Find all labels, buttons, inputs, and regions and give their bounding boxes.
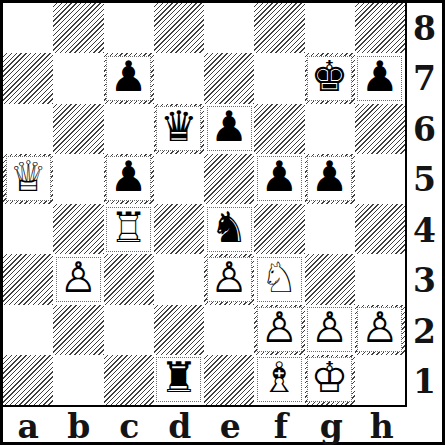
square-c8 [104, 3, 154, 53]
rank-label-7: 7 [407, 54, 442, 105]
square-g1: ♔ [305, 355, 355, 405]
square-g3 [305, 254, 355, 304]
file-label-f: f [256, 407, 307, 445]
white-bishop-f1: ♗ [257, 357, 302, 402]
chess-diagram: ♟♚♟♛♟♕♟♟♟♖♞♙♙♘♙♙♙♜♗♔ 87654321 abcdefgh [0, 0, 445, 445]
white-king-g1: ♔ [307, 357, 352, 402]
black-pawn-h7: ♟ [357, 56, 402, 101]
square-c5: ♟ [104, 154, 154, 204]
square-h3 [355, 254, 405, 304]
white-pawn-f2: ♙ [257, 307, 302, 352]
chess-board: ♟♚♟♛♟♕♟♟♟♖♞♙♙♘♙♙♙♜♗♔ [3, 3, 407, 407]
square-b4 [53, 204, 103, 254]
white-queen-a5: ♕ [6, 156, 51, 201]
square-h6 [355, 104, 405, 154]
rank-label-3: 3 [407, 256, 442, 307]
black-king-g7: ♚ [307, 56, 352, 101]
square-d1: ♜ [154, 355, 204, 405]
square-d8 [154, 3, 204, 53]
square-g8 [305, 3, 355, 53]
square-g6 [305, 104, 355, 154]
square-c6 [104, 104, 154, 154]
rank-label-1: 1 [407, 357, 442, 408]
square-d3 [154, 254, 204, 304]
square-g2: ♙ [305, 305, 355, 355]
square-f2: ♙ [254, 305, 304, 355]
rank-label-4: 4 [407, 205, 442, 256]
black-knight-e4: ♞ [207, 207, 252, 252]
square-b6 [53, 104, 103, 154]
square-h5 [355, 154, 405, 204]
square-f6 [254, 104, 304, 154]
square-d6: ♛ [154, 104, 204, 154]
square-h1 [355, 355, 405, 405]
file-label-e: e [205, 407, 256, 445]
white-pawn-g2: ♙ [307, 307, 352, 352]
black-pawn-e6: ♟ [207, 106, 252, 151]
square-e8 [204, 3, 254, 53]
square-a6 [3, 104, 53, 154]
square-a4 [3, 204, 53, 254]
file-label-g: g [306, 407, 357, 445]
white-knight-f3: ♘ [257, 257, 302, 302]
square-b2 [53, 305, 103, 355]
square-f3: ♘ [254, 254, 304, 304]
black-pawn-g5: ♟ [307, 156, 352, 201]
square-g4 [305, 204, 355, 254]
square-e1 [204, 355, 254, 405]
square-f8 [254, 3, 304, 53]
rank-label-2: 2 [407, 306, 442, 357]
square-a5: ♕ [3, 154, 53, 204]
square-b3: ♙ [53, 254, 103, 304]
square-d4 [154, 204, 204, 254]
black-rook-d1: ♜ [156, 357, 201, 402]
file-label-b: b [54, 407, 105, 445]
square-a8 [3, 3, 53, 53]
square-f5: ♟ [254, 154, 304, 204]
white-pawn-h2: ♙ [357, 307, 402, 352]
square-c1 [104, 355, 154, 405]
square-h4 [355, 204, 405, 254]
square-h8 [355, 3, 405, 53]
square-c3 [104, 254, 154, 304]
rank-label-8: 8 [407, 3, 442, 54]
square-f1: ♗ [254, 355, 304, 405]
black-pawn-c7: ♟ [106, 56, 151, 101]
square-f7 [254, 53, 304, 103]
corner-spacer [407, 407, 442, 442]
square-a7 [3, 53, 53, 103]
black-pawn-f5: ♟ [257, 156, 302, 201]
square-b1 [53, 355, 103, 405]
square-d5 [154, 154, 204, 204]
square-d2 [154, 305, 204, 355]
square-g5: ♟ [305, 154, 355, 204]
square-b7 [53, 53, 103, 103]
black-pawn-c5: ♟ [106, 156, 151, 201]
square-c4: ♖ [104, 204, 154, 254]
square-g7: ♚ [305, 53, 355, 103]
file-label-h: h [357, 407, 408, 445]
rank-label-6: 6 [407, 104, 442, 155]
file-label-a: a [3, 407, 54, 445]
square-h7: ♟ [355, 53, 405, 103]
square-c7: ♟ [104, 53, 154, 103]
square-a3 [3, 254, 53, 304]
rank-labels: 87654321 [407, 3, 442, 407]
square-b5 [53, 154, 103, 204]
square-e5 [204, 154, 254, 204]
file-label-d: d [155, 407, 206, 445]
square-e3: ♙ [204, 254, 254, 304]
white-pawn-e3: ♙ [207, 257, 252, 302]
square-d7 [154, 53, 204, 103]
square-f4 [254, 204, 304, 254]
black-queen-d6: ♛ [156, 106, 201, 151]
square-e6: ♟ [204, 104, 254, 154]
white-rook-c4: ♖ [106, 207, 151, 252]
square-e4: ♞ [204, 204, 254, 254]
file-labels: abcdefgh [3, 407, 407, 442]
rank-label-5: 5 [407, 155, 442, 206]
white-pawn-b3: ♙ [56, 257, 101, 302]
square-a2 [3, 305, 53, 355]
square-e7 [204, 53, 254, 103]
square-c2 [104, 305, 154, 355]
square-b8 [53, 3, 103, 53]
square-a1 [3, 355, 53, 405]
file-label-c: c [104, 407, 155, 445]
square-h2: ♙ [355, 305, 405, 355]
square-e2 [204, 305, 254, 355]
